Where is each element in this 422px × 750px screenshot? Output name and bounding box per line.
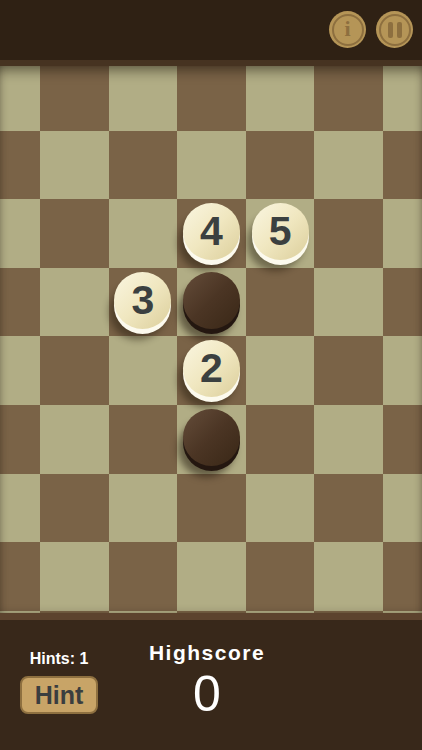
- highscore-label: Highscore: [149, 641, 265, 665]
- board-cell[interactable]: [314, 336, 383, 405]
- board-cell[interactable]: [177, 131, 246, 200]
- board-cell[interactable]: [314, 474, 383, 543]
- board-cell[interactable]: [0, 268, 40, 337]
- board-cell[interactable]: [383, 268, 422, 337]
- board-cell[interactable]: [0, 199, 40, 268]
- board-cell[interactable]: [109, 199, 178, 268]
- board-cell[interactable]: [383, 542, 422, 611]
- highscore-block: Highscore 0: [149, 620, 265, 719]
- board-cell[interactable]: [40, 542, 109, 611]
- board-cell[interactable]: [40, 131, 109, 200]
- disc-face: 3: [114, 272, 171, 329]
- board-cell[interactable]: [109, 131, 178, 200]
- disc-face: 5: [252, 203, 309, 260]
- game-screen: i 4532 Hints: 1 Hint Highscore 0 6: [0, 0, 422, 750]
- numbered-disc-5[interactable]: 5: [252, 203, 309, 260]
- dark-disc[interactable]: [183, 272, 240, 329]
- info-icon: i: [344, 18, 350, 40]
- board-cell[interactable]: [314, 542, 383, 611]
- info-button[interactable]: i: [329, 11, 366, 48]
- board-bottom-edge: [0, 613, 422, 620]
- board-cell[interactable]: [383, 336, 422, 405]
- board-cell[interactable]: [177, 268, 246, 337]
- board-cell[interactable]: [0, 131, 40, 200]
- board-cell[interactable]: [40, 336, 109, 405]
- disc-face: 2: [183, 340, 240, 397]
- bottom-bar: Hints: 1 Hint Highscore 0 6: [0, 620, 422, 750]
- board-cell[interactable]: [0, 405, 40, 474]
- numbered-disc-2[interactable]: 2: [183, 340, 240, 397]
- top-bar: i: [0, 0, 422, 60]
- board-cell[interactable]: [246, 131, 315, 200]
- board-cell[interactable]: [383, 405, 422, 474]
- board-cell[interactable]: [109, 66, 178, 131]
- board-cell[interactable]: [177, 66, 246, 131]
- board-cell[interactable]: [246, 405, 315, 474]
- board-cell[interactable]: [314, 199, 383, 268]
- board-cell[interactable]: [314, 66, 383, 131]
- board-cell[interactable]: [0, 336, 40, 405]
- board: 4532: [0, 66, 422, 613]
- board-cell[interactable]: [0, 66, 40, 131]
- board-cell[interactable]: [109, 474, 178, 543]
- hints-remaining-label: Hints: 1: [20, 650, 98, 668]
- board-cell[interactable]: [0, 542, 40, 611]
- numbered-disc-4[interactable]: 4: [183, 203, 240, 260]
- board-cell[interactable]: [246, 542, 315, 611]
- board-cell[interactable]: [40, 268, 109, 337]
- board-cell[interactable]: [383, 66, 422, 131]
- board-cell[interactable]: 4: [177, 199, 246, 268]
- board-cell[interactable]: [314, 131, 383, 200]
- dark-disc[interactable]: [183, 409, 240, 466]
- board-cell[interactable]: [246, 336, 315, 405]
- numbered-disc-3[interactable]: 3: [114, 272, 171, 329]
- board-cell[interactable]: [177, 542, 246, 611]
- board-cell[interactable]: [40, 474, 109, 543]
- board-cell[interactable]: [383, 131, 422, 200]
- board-cell[interactable]: [177, 405, 246, 474]
- board-cell[interactable]: [314, 268, 383, 337]
- board-cell[interactable]: [0, 474, 40, 543]
- board-cell[interactable]: [40, 405, 109, 474]
- board-cell[interactable]: [314, 405, 383, 474]
- board-cell[interactable]: [177, 474, 246, 543]
- board-cell[interactable]: [109, 405, 178, 474]
- board-cell[interactable]: 5: [246, 199, 315, 268]
- board-cell[interactable]: [246, 66, 315, 131]
- disc-face: 4: [183, 203, 240, 260]
- board-cell[interactable]: [40, 66, 109, 131]
- board-cell[interactable]: [109, 542, 178, 611]
- pause-icon: [388, 22, 402, 38]
- board-cell[interactable]: [246, 474, 315, 543]
- board-cell[interactable]: [40, 199, 109, 268]
- highscore-value: 0: [149, 669, 265, 719]
- hint-button[interactable]: Hint: [20, 676, 98, 714]
- board-grid: 4532: [0, 66, 422, 613]
- board-cell[interactable]: 2: [177, 336, 246, 405]
- board-cell[interactable]: 3: [109, 268, 178, 337]
- board-cell[interactable]: [383, 199, 422, 268]
- board-cell[interactable]: [383, 474, 422, 543]
- board-cell[interactable]: [246, 268, 315, 337]
- board-cell[interactable]: [109, 336, 178, 405]
- disc-face: [183, 409, 240, 466]
- pause-button[interactable]: [376, 11, 413, 48]
- disc-face: [183, 272, 240, 329]
